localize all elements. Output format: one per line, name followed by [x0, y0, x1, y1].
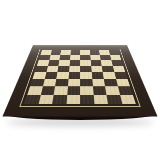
square-d3[interactable] [68, 79, 80, 87]
square-e2[interactable] [80, 86, 93, 94]
square-d4[interactable] [68, 72, 80, 79]
square-d1[interactable] [66, 95, 80, 104]
playing-field [24, 50, 136, 104]
square-e3[interactable] [80, 79, 92, 87]
square-e1[interactable] [80, 95, 94, 104]
square-h4[interactable] [114, 72, 128, 79]
square-h2[interactable] [117, 86, 132, 94]
square-e4[interactable] [80, 72, 92, 79]
photo-background [0, 0, 160, 160]
square-c3[interactable] [55, 79, 68, 87]
board-shadow [6, 119, 154, 126]
square-d2[interactable] [67, 86, 80, 94]
square-c4[interactable] [56, 72, 68, 79]
square-h3[interactable] [116, 79, 130, 87]
square-h1[interactable] [120, 95, 136, 104]
chess-board [2, 45, 157, 116]
square-c2[interactable] [54, 86, 68, 94]
square-c1[interactable] [52, 95, 67, 104]
